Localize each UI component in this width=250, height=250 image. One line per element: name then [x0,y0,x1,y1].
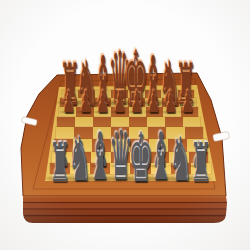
piece-white-rook: ♜ [190,136,212,189]
piece-black-pawn: ♟ [181,88,194,118]
piece-black-pawn: ♟ [63,88,76,118]
piece-black-pawn: ♟ [130,88,143,118]
piece-black-pawn: ♟ [147,88,160,118]
piece-white-knight: ♞ [169,130,193,190]
piece-black-pawn: ♟ [80,88,93,118]
piece-black-pawn: ♟ [114,88,127,118]
piece-black-pawn: ♟ [164,88,177,118]
chess-set-product-photo: ♜♞♝♛♚♝♞♜♟♟♟♟♟♟♟♟♟♟♟♟♟♟♟♟♜♞♝♛♚♝♞♜ [0,0,250,250]
piece-black-pawn: ♟ [97,88,110,118]
pieces-layer: ♜♞♝♛♚♝♞♜♟♟♟♟♟♟♟♟♟♟♟♟♟♟♟♟♜♞♝♛♚♝♞♜ [0,0,250,250]
